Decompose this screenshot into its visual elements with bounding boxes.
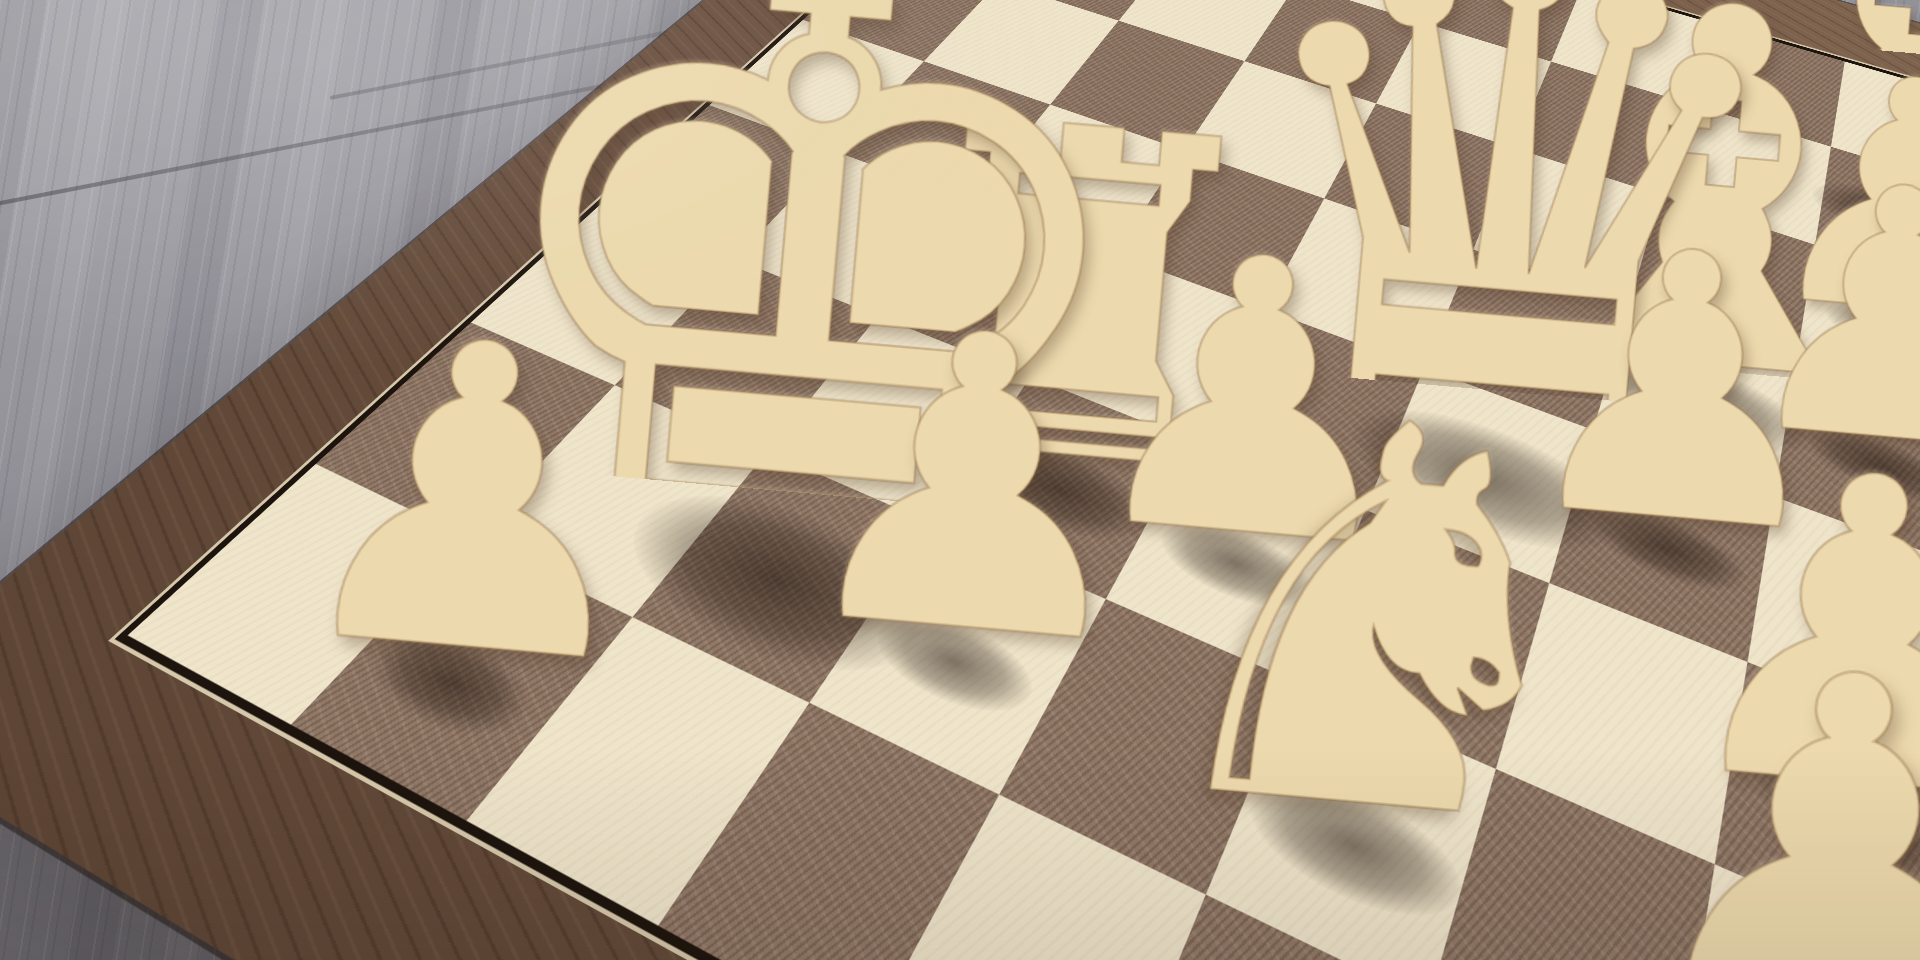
scene: ♝♟♟♝♛♟♜♟♟♚♟♞♟♟ [0,0,1920,960]
pawn-icon: ♟ [776,279,1173,695]
pawn-icon: ♟ [268,286,678,717]
chessboard: ♝♟♟♝♛♟♜♟♟♚♟♞♟♟ [464,0,1920,960]
pawn-icon: ♟ [1609,611,1920,960]
knight-icon: ♞ [1119,351,1633,891]
